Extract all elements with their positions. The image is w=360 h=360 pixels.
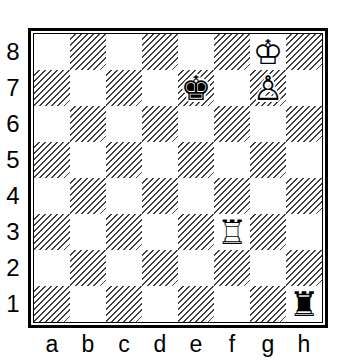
- square-c8[interactable]: [106, 34, 142, 70]
- square-e8[interactable]: [178, 34, 214, 70]
- file-labels: abcdefgh: [34, 331, 322, 357]
- square-c1[interactable]: [106, 286, 142, 322]
- square-a8[interactable]: [34, 34, 70, 70]
- square-c4[interactable]: [106, 178, 142, 214]
- piece-white-pawn-g7[interactable]: ♙: [253, 70, 283, 106]
- file-label-b: b: [70, 331, 106, 357]
- square-c3[interactable]: [106, 214, 142, 250]
- square-b2[interactable]: [70, 250, 106, 286]
- square-a1[interactable]: [34, 286, 70, 322]
- square-f1[interactable]: [214, 286, 250, 322]
- square-g3[interactable]: [250, 214, 286, 250]
- square-d2[interactable]: [142, 250, 178, 286]
- square-a3[interactable]: [34, 214, 70, 250]
- square-h4[interactable]: [286, 178, 322, 214]
- square-d5[interactable]: [142, 142, 178, 178]
- file-label-f: f: [214, 331, 250, 357]
- file-label-c: c: [106, 331, 142, 357]
- square-e2[interactable]: [178, 250, 214, 286]
- square-e4[interactable]: [178, 178, 214, 214]
- square-b7[interactable]: [70, 70, 106, 106]
- square-h2[interactable]: [286, 250, 322, 286]
- square-c5[interactable]: [106, 142, 142, 178]
- rank-labels: 87654321: [0, 34, 26, 322]
- square-a4[interactable]: [34, 178, 70, 214]
- piece-black-rook-h1[interactable]: ♜: [289, 286, 319, 322]
- square-e6[interactable]: [178, 106, 214, 142]
- rank-label-4: 4: [0, 178, 26, 214]
- file-label-d: d: [142, 331, 178, 357]
- square-b5[interactable]: [70, 142, 106, 178]
- square-e7[interactable]: ♚: [178, 70, 214, 106]
- square-c7[interactable]: [106, 70, 142, 106]
- rank-label-8: 8: [0, 34, 26, 70]
- square-d1[interactable]: [142, 286, 178, 322]
- square-d3[interactable]: [142, 214, 178, 250]
- rank-label-3: 3: [0, 214, 26, 250]
- square-b6[interactable]: [70, 106, 106, 142]
- file-label-a: a: [34, 331, 70, 357]
- square-h6[interactable]: [286, 106, 322, 142]
- square-b8[interactable]: [70, 34, 106, 70]
- square-f4[interactable]: [214, 178, 250, 214]
- square-a6[interactable]: [34, 106, 70, 142]
- piece-black-king-e7[interactable]: ♚: [181, 70, 211, 106]
- square-f5[interactable]: [214, 142, 250, 178]
- square-g8[interactable]: ♔: [250, 34, 286, 70]
- square-a7[interactable]: [34, 70, 70, 106]
- file-label-h: h: [286, 331, 322, 357]
- chess-board: ♔♚♙♖♜: [33, 33, 323, 323]
- square-f6[interactable]: [214, 106, 250, 142]
- square-g1[interactable]: [250, 286, 286, 322]
- piece-white-rook-f3[interactable]: ♖: [217, 214, 247, 250]
- square-e1[interactable]: [178, 286, 214, 322]
- square-c2[interactable]: [106, 250, 142, 286]
- square-g6[interactable]: [250, 106, 286, 142]
- square-g5[interactable]: [250, 142, 286, 178]
- square-h3[interactable]: [286, 214, 322, 250]
- square-g4[interactable]: [250, 178, 286, 214]
- square-b1[interactable]: [70, 286, 106, 322]
- file-label-g: g: [250, 331, 286, 357]
- square-d8[interactable]: [142, 34, 178, 70]
- square-f3[interactable]: ♖: [214, 214, 250, 250]
- rank-label-7: 7: [0, 70, 26, 106]
- square-d7[interactable]: [142, 70, 178, 106]
- square-c6[interactable]: [106, 106, 142, 142]
- rank-label-6: 6: [0, 106, 26, 142]
- square-e5[interactable]: [178, 142, 214, 178]
- square-f2[interactable]: [214, 250, 250, 286]
- square-d6[interactable]: [142, 106, 178, 142]
- file-label-e: e: [178, 331, 214, 357]
- square-h5[interactable]: [286, 142, 322, 178]
- square-a5[interactable]: [34, 142, 70, 178]
- square-h8[interactable]: [286, 34, 322, 70]
- square-b3[interactable]: [70, 214, 106, 250]
- rank-label-1: 1: [0, 286, 26, 322]
- square-d4[interactable]: [142, 178, 178, 214]
- square-g2[interactable]: [250, 250, 286, 286]
- square-f7[interactable]: [214, 70, 250, 106]
- square-h1[interactable]: ♜: [286, 286, 322, 322]
- square-b4[interactable]: [70, 178, 106, 214]
- square-g7[interactable]: ♙: [250, 70, 286, 106]
- rank-label-5: 5: [0, 142, 26, 178]
- square-a2[interactable]: [34, 250, 70, 286]
- piece-white-king-g8[interactable]: ♔: [253, 34, 283, 70]
- square-h7[interactable]: [286, 70, 322, 106]
- rank-label-2: 2: [0, 250, 26, 286]
- square-f8[interactable]: [214, 34, 250, 70]
- board-frame: ♔♚♙♖♜: [28, 28, 328, 328]
- chess-diagram-page: ♔♚♙♖♜ 87654321 abcdefgh: [0, 0, 360, 360]
- square-e3[interactable]: [178, 214, 214, 250]
